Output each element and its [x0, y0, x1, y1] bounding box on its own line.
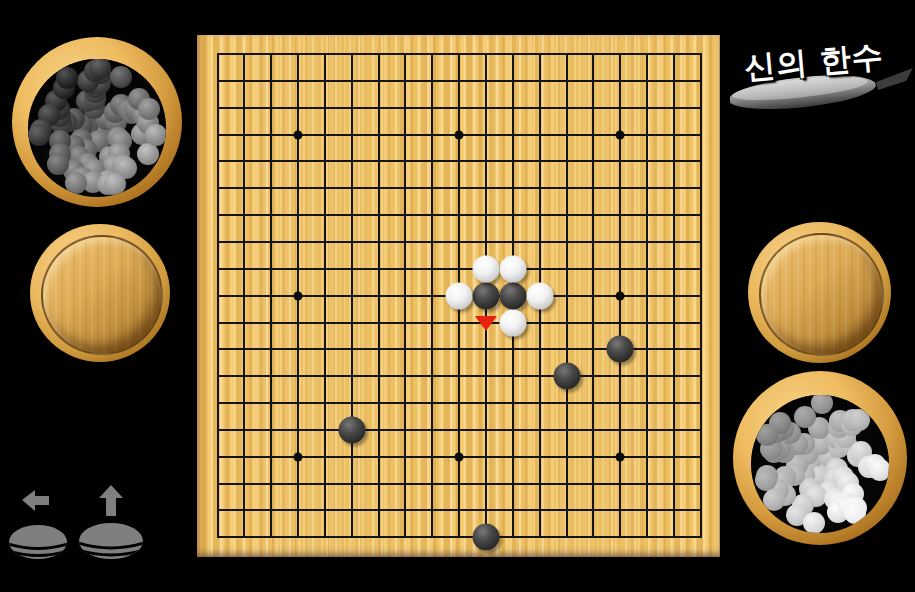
arrow-up-icon — [98, 485, 124, 517]
go-board[interactable] — [197, 35, 720, 557]
stone-stack-icon — [8, 523, 70, 561]
lid-face — [41, 235, 163, 355]
black-bowl-stone — [137, 143, 159, 165]
black-bowl-stone — [65, 172, 87, 194]
white-stone — [499, 309, 526, 336]
star-point — [294, 291, 303, 300]
black-stone-bowl — [12, 37, 182, 207]
back-button[interactable] — [8, 483, 74, 561]
white-stones-pile — [751, 395, 889, 533]
capture-lid-right — [748, 222, 891, 363]
grid-line — [217, 429, 702, 431]
black-bowl-stone — [28, 124, 50, 146]
black-stone — [607, 336, 634, 363]
black-bowl-stone — [104, 173, 126, 195]
star-point — [616, 452, 625, 461]
last-move-marker — [475, 316, 497, 331]
white-bowl-stone — [755, 469, 777, 491]
grid-line — [700, 53, 702, 538]
star-point — [616, 130, 625, 139]
white-stone-bowl — [733, 371, 907, 545]
control-bar — [8, 483, 150, 561]
star-point — [294, 452, 303, 461]
black-stone — [338, 416, 365, 443]
up-button[interactable] — [78, 483, 144, 561]
grid-line — [673, 53, 675, 538]
white-bowl-stone — [803, 512, 825, 533]
grid-line — [217, 322, 702, 324]
star-point — [455, 130, 464, 139]
white-stone — [526, 282, 553, 309]
white-stone — [446, 282, 473, 309]
black-bowl-stone — [47, 153, 69, 175]
grid-line — [217, 483, 702, 485]
stone-stack-icon — [78, 521, 146, 561]
app: 신의 한수 — [0, 0, 915, 592]
grid-line — [217, 402, 702, 404]
grid-line — [566, 53, 568, 538]
white-bowl-stone — [811, 395, 833, 414]
arrow-left-icon — [22, 489, 50, 512]
white-bowl-stone — [763, 489, 785, 511]
black-bowl-stone — [56, 67, 78, 89]
grid-line — [217, 375, 702, 377]
black-stones-pile — [28, 59, 166, 197]
grid-line — [217, 536, 702, 538]
black-stone — [553, 363, 580, 390]
lid-face — [759, 233, 883, 355]
star-point — [455, 452, 464, 461]
star-point — [294, 130, 303, 139]
black-stone — [499, 282, 526, 309]
capture-lid-left — [30, 224, 170, 362]
black-bowl-stone — [145, 124, 166, 146]
white-bowl-stone — [869, 459, 889, 481]
grid-line — [592, 53, 594, 538]
logo: 신의 한수 — [730, 38, 915, 116]
white-stone — [499, 255, 526, 282]
black-bowl-stone — [110, 66, 132, 88]
white-stone — [473, 255, 500, 282]
white-bowl-stone — [844, 502, 866, 524]
black-stone — [473, 524, 500, 551]
white-bowl-stone — [848, 409, 870, 431]
grid-line — [217, 509, 702, 511]
grid-line — [646, 53, 648, 538]
black-stone — [473, 282, 500, 309]
star-point — [616, 291, 625, 300]
board-grid — [218, 54, 701, 537]
